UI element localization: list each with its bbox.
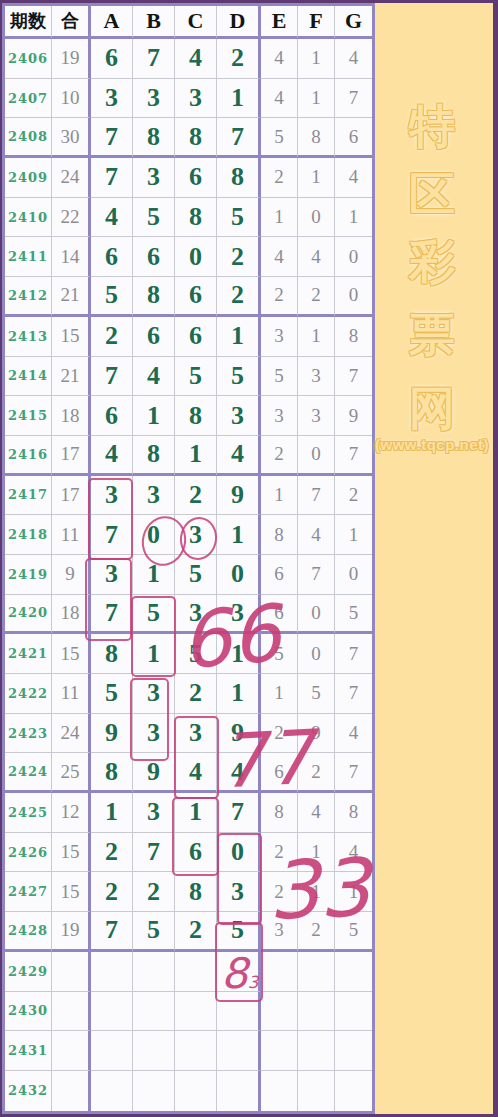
sum-cell-value: 19 (61, 919, 80, 941)
sum-cell: 24 (52, 714, 91, 754)
sum-cell: 15 (52, 872, 91, 912)
digit-cell-d: 9 (217, 714, 261, 754)
digit-cell-d: 7 (217, 118, 261, 158)
digit-cell-d-value: 3 (231, 598, 244, 628)
digit-cell-c: 8 (175, 198, 217, 238)
period-cell-value: 2407 (8, 91, 48, 106)
digit-cell-b-value: 8 (147, 280, 160, 310)
digit-cell-b (133, 992, 175, 1032)
digit-cell-d: 1 (217, 515, 261, 555)
digit-cell-g-value: 8 (349, 325, 359, 347)
digit-cell-g: 1 (335, 198, 372, 238)
digit-cell-a: 6 (91, 237, 133, 277)
digit-cell-f: 1 (298, 158, 335, 198)
digit-cell-e-value: 2 (274, 166, 284, 188)
digit-cell-c-value: 6 (189, 162, 202, 192)
digit-cell-b-value: 7 (147, 837, 160, 867)
sum-cell: 24 (52, 158, 91, 198)
digit-cell-f-value: 5 (311, 682, 321, 704)
sum-cell: 18 (52, 396, 91, 436)
digit-cell-c: 4 (175, 39, 217, 79)
period-cell-value: 2422 (8, 686, 48, 701)
digit-cell-d-value: 2 (231, 280, 244, 310)
digit-cell-g: 7 (335, 436, 372, 476)
digit-cell-d-value: 7 (231, 122, 244, 152)
digit-cell-g (335, 1071, 372, 1111)
digit-cell-f-value: 4 (311, 801, 321, 823)
period-cell-value: 2421 (8, 646, 48, 661)
digit-cell-d: 0 (217, 833, 261, 873)
digit-cell-e: 1 (261, 476, 298, 516)
digit-cell-f (298, 992, 335, 1032)
digit-cell-a: 7 (91, 595, 133, 635)
digit-cell-g-value: 4 (349, 722, 359, 744)
table-row-2431: 2431 (5, 1031, 372, 1071)
sum-cell: 11 (52, 515, 91, 555)
digit-cell-g-value: 1 (349, 881, 359, 903)
digit-cell-e: 5 (261, 357, 298, 397)
digit-cell-e-value: 1 (274, 682, 284, 704)
digit-cell-d: 5 (217, 198, 261, 238)
period-cell: 2409 (5, 158, 52, 198)
period-cell-value: 2409 (8, 170, 48, 185)
digit-cell-b: 8 (133, 118, 175, 158)
digit-cell-e (261, 992, 298, 1032)
period-cell: 2424 (5, 753, 52, 793)
sum-cell-value: 17 (61, 443, 80, 465)
digit-cell-d-value: 3 (231, 401, 244, 431)
digit-cell-e-value: 2 (274, 841, 284, 863)
digit-cell-g-value: 5 (349, 602, 359, 624)
period-cell: 2417 (5, 476, 52, 516)
period-cell-value: 2420 (8, 605, 48, 620)
digit-cell-f: 4 (298, 793, 335, 833)
digit-cell-b-value: 0 (147, 520, 160, 550)
digit-cell-c-value: 5 (189, 639, 202, 669)
digit-cell-a-value: 3 (105, 559, 118, 589)
digit-cell-b-value: 6 (147, 242, 160, 272)
digit-cell-f: 3 (298, 396, 335, 436)
digit-cell-a: 9 (91, 714, 133, 754)
digit-cell-d: 7 (217, 793, 261, 833)
digit-cell-b: 8 (133, 436, 175, 476)
period-cell: 2416 (5, 436, 52, 476)
digit-cell-a: 3 (91, 79, 133, 119)
digit-cell-b-value: 3 (147, 678, 160, 708)
sum-cell (52, 1071, 91, 1111)
sum-cell: 10 (52, 79, 91, 119)
digit-cell-d: 5 (217, 912, 261, 952)
digit-cell-b: 3 (133, 476, 175, 516)
digit-cell-g: 0 (335, 555, 372, 595)
digit-cell-a (91, 952, 133, 992)
period-cell-value: 2417 (8, 487, 48, 502)
digit-cell-a: 3 (91, 476, 133, 516)
digit-cell-g: 4 (335, 714, 372, 754)
period-cell-value: 2410 (8, 210, 48, 225)
digit-cell-f: 1 (298, 872, 335, 912)
digit-cell-e-value: 4 (274, 47, 284, 69)
digit-cell-a: 7 (91, 357, 133, 397)
digit-cell-d: 9 (217, 476, 261, 516)
digit-cell-d (217, 952, 261, 992)
digit-cell-c-value: 1 (189, 797, 202, 827)
digit-cell-a-value: 7 (105, 598, 118, 628)
sum-cell-value: 17 (61, 484, 80, 506)
digit-cell-c: 2 (175, 674, 217, 714)
digit-cell-e: 2 (261, 436, 298, 476)
period-cell: 2412 (5, 277, 52, 317)
digit-cell-a: 4 (91, 436, 133, 476)
digit-cell-f: 2 (298, 277, 335, 317)
digit-cell-e: 2 (261, 158, 298, 198)
digit-cell-f-value: 1 (311, 325, 321, 347)
digit-cell-b: 1 (133, 396, 175, 436)
watermark-char: 区 (375, 171, 489, 217)
period-cell: 2414 (5, 357, 52, 397)
digit-cell-g: 7 (335, 753, 372, 793)
period-cell: 2407 (5, 79, 52, 119)
sum-cell: 15 (52, 634, 91, 674)
digit-cell-e (261, 952, 298, 992)
digit-cell-g: 6 (335, 118, 372, 158)
digit-cell-d (217, 1031, 261, 1071)
digit-cell-g-value: 7 (349, 365, 359, 387)
table-row-2423: 2423249339294 (5, 714, 372, 754)
digit-cell-c-value: 1 (189, 439, 202, 469)
digit-cell-b-value: 5 (147, 202, 160, 232)
digit-cell-e-value: 6 (274, 761, 284, 783)
period-cell-value: 2426 (8, 845, 48, 860)
digit-cell-f: 1 (298, 833, 335, 873)
digit-cell-g-value: 1 (349, 206, 359, 228)
digit-cell-b: 8 (133, 277, 175, 317)
header-col-b: B (133, 6, 175, 39)
sum-cell-value: 24 (61, 722, 80, 744)
period-cell-value: 2406 (8, 51, 48, 66)
digit-cell-f-value: 3 (311, 405, 321, 427)
digit-cell-d: 1 (217, 674, 261, 714)
period-cell: 2426 (5, 833, 52, 873)
digit-cell-f-value: 0 (311, 443, 321, 465)
digit-cell-e: 5 (261, 118, 298, 158)
digit-cell-e: 2 (261, 872, 298, 912)
digit-cell-d-value: 0 (231, 559, 244, 589)
digit-cell-c: 1 (175, 793, 217, 833)
digit-cell-e (261, 1071, 298, 1111)
digit-cell-g: 9 (335, 396, 372, 436)
digit-cell-c-value: 8 (189, 202, 202, 232)
digit-cell-b: 5 (133, 595, 175, 635)
digit-cell-b-value: 7 (147, 43, 160, 73)
digit-cell-f (298, 1031, 335, 1071)
digit-cell-e-value: 1 (274, 206, 284, 228)
digit-cell-b-value: 6 (147, 321, 160, 351)
digit-cell-d: 2 (217, 277, 261, 317)
digit-cell-c: 5 (175, 555, 217, 595)
period-cell-value: 2412 (8, 288, 48, 303)
digit-cell-d: 3 (217, 396, 261, 436)
digit-cell-e-value: 3 (274, 919, 284, 941)
digit-cell-a: 5 (91, 277, 133, 317)
period-cell: 2418 (5, 515, 52, 555)
sum-cell-value: 30 (61, 126, 80, 148)
digit-cell-d-value: 1 (231, 83, 244, 113)
digit-cell-g-value: 0 (349, 246, 359, 268)
period-cell-value: 2430 (8, 1003, 48, 1018)
digit-cell-f: 0 (298, 436, 335, 476)
digit-cell-d: 8 (217, 158, 261, 198)
digit-cell-d-value: 4 (231, 439, 244, 469)
digit-cell-g-value: 7 (349, 682, 359, 704)
digit-cell-f: 5 (298, 674, 335, 714)
period-cell-value: 2411 (8, 249, 48, 264)
period-cell: 2429 (5, 952, 52, 992)
table-row-2422: 2422115321157 (5, 674, 372, 714)
digit-cell-f-value: 0 (311, 643, 321, 665)
digit-cell-f: 0 (298, 634, 335, 674)
digit-cell-b-value: 3 (147, 797, 160, 827)
digit-cell-f-value: 8 (311, 126, 321, 148)
digit-cell-c-value: 3 (189, 718, 202, 748)
sum-cell (52, 992, 91, 1032)
digit-cell-a-value: 2 (105, 321, 118, 351)
digit-cell-f-value: 1 (311, 841, 321, 863)
period-cell: 2431 (5, 1031, 52, 1071)
digit-cell-a: 4 (91, 198, 133, 238)
digit-cell-b-value: 3 (147, 162, 160, 192)
digit-cell-f-value: 1 (311, 47, 321, 69)
sum-cell-value: 11 (61, 682, 79, 704)
digit-cell-d-value: 4 (231, 757, 244, 787)
digit-cell-d-value: 2 (231, 242, 244, 272)
period-cell-value: 2414 (8, 368, 48, 383)
digit-cell-b-value: 8 (147, 439, 160, 469)
digit-cell-c (175, 992, 217, 1032)
digit-cell-c: 8 (175, 396, 217, 436)
watermark-char: 网 (375, 385, 489, 431)
period-cell: 2408 (5, 118, 52, 158)
digit-cell-c-value: 8 (189, 877, 202, 907)
digit-cell-g-value: 4 (349, 47, 359, 69)
digit-cell-a-value: 2 (105, 837, 118, 867)
header-col-a: A (91, 6, 133, 39)
digit-cell-c-value: 4 (189, 43, 202, 73)
sum-cell-value: 12 (61, 801, 80, 823)
watermark-char: 票 (375, 311, 489, 357)
header-col-d: D (217, 6, 261, 39)
sum-cell: 17 (52, 436, 91, 476)
digit-cell-c (175, 1071, 217, 1111)
period-cell-value: 2425 (8, 805, 48, 820)
digit-cell-c-value: 6 (189, 837, 202, 867)
digit-cell-f: 8 (298, 118, 335, 158)
period-cell: 2430 (5, 992, 52, 1032)
digit-cell-c: 8 (175, 118, 217, 158)
table-row-2409: 2409247368214 (5, 158, 372, 198)
digit-cell-g: 1 (335, 515, 372, 555)
digit-cell-g-value: 7 (349, 443, 359, 465)
table-row-2424: 2424258944627 (5, 753, 372, 793)
period-cell-value: 2427 (8, 884, 48, 899)
table-row-2417: 2417173329172 (5, 476, 372, 516)
digit-cell-c-value: 3 (189, 520, 202, 550)
digit-cell-g: 7 (335, 674, 372, 714)
digit-cell-e: 5 (261, 634, 298, 674)
digit-cell-f: 1 (298, 317, 335, 357)
period-cell-value: 2423 (8, 726, 48, 741)
digit-cell-e: 1 (261, 198, 298, 238)
digit-cell-a-value: 3 (105, 480, 118, 510)
period-cell: 2422 (5, 674, 52, 714)
digit-cell-e-value: 4 (274, 246, 284, 268)
period-cell: 2420 (5, 595, 52, 635)
period-cell-value: 2418 (8, 527, 48, 542)
digit-cell-d: 3 (217, 872, 261, 912)
sum-cell (52, 1031, 91, 1071)
period-cell: 2406 (5, 39, 52, 79)
digit-cell-g: 5 (335, 912, 372, 952)
digit-cell-d-value: 1 (231, 321, 244, 351)
digit-cell-e-value: 4 (274, 87, 284, 109)
digit-cell-b: 5 (133, 912, 175, 952)
table-row-2427: 2427152283211 (5, 872, 372, 912)
digit-cell-a-value: 5 (105, 280, 118, 310)
digit-cell-d-value: 1 (231, 520, 244, 550)
digit-cell-f: 9 (298, 714, 335, 754)
digit-cell-e: 2 (261, 714, 298, 754)
table-row-2410: 2410224585101 (5, 198, 372, 238)
period-cell: 2425 (5, 793, 52, 833)
digit-cell-e: 3 (261, 317, 298, 357)
digit-cell-c: 5 (175, 634, 217, 674)
table-row-2411: 2411146602440 (5, 237, 372, 277)
sum-cell (52, 952, 91, 992)
sum-cell-value: 15 (61, 643, 80, 665)
digit-cell-a: 8 (91, 753, 133, 793)
table-row-2406: 2406196742414 (5, 39, 372, 79)
digit-cell-c-value: 5 (189, 361, 202, 391)
digit-cell-a (91, 1071, 133, 1111)
digit-cell-d-value: 8 (231, 162, 244, 192)
sum-cell-value: 9 (65, 563, 75, 585)
digit-cell-g: 4 (335, 833, 372, 873)
digit-cell-d: 1 (217, 317, 261, 357)
digit-cell-d: 2 (217, 39, 261, 79)
digit-cell-a-value: 8 (105, 757, 118, 787)
digit-cell-e: 3 (261, 912, 298, 952)
digit-cell-b-value: 5 (147, 598, 160, 628)
digit-cell-c-value: 4 (189, 757, 202, 787)
digit-cell-b: 3 (133, 79, 175, 119)
digit-cell-e-value: 6 (274, 602, 284, 624)
digit-cell-g: 7 (335, 357, 372, 397)
digit-cell-b-value: 1 (147, 559, 160, 589)
digit-cell-d: 3 (217, 595, 261, 635)
digit-cell-b: 3 (133, 674, 175, 714)
digit-cell-g: 8 (335, 317, 372, 357)
digit-cell-a: 6 (91, 396, 133, 436)
table-row-2429: 2429 (5, 952, 372, 992)
digit-cell-e: 4 (261, 79, 298, 119)
digit-cell-c: 6 (175, 833, 217, 873)
sum-cell: 9 (52, 555, 91, 595)
table-row-2428: 2428197525325 (5, 912, 372, 952)
period-cell-value: 2432 (8, 1083, 48, 1098)
digit-cell-e-value: 2 (274, 722, 284, 744)
digit-cell-c-value: 6 (189, 280, 202, 310)
sum-cell: 22 (52, 198, 91, 238)
digit-cell-b: 9 (133, 753, 175, 793)
digit-cell-g-value: 0 (349, 563, 359, 585)
digit-cell-d-value: 0 (231, 837, 244, 867)
digit-cell-c-value: 6 (189, 321, 202, 351)
digit-cell-g: 7 (335, 79, 372, 119)
digit-cell-f-value: 7 (311, 484, 321, 506)
digit-cell-c (175, 1031, 217, 1071)
digit-cell-g-value: 1 (349, 524, 359, 546)
digit-cell-a: 8 (91, 634, 133, 674)
digit-cell-d-value: 2 (231, 43, 244, 73)
digit-cell-f: 0 (298, 198, 335, 238)
digit-cell-a: 7 (91, 515, 133, 555)
digit-cell-d: 2 (217, 237, 261, 277)
digit-cell-d-value: 9 (231, 480, 244, 510)
table-row-2426: 2426152760214 (5, 833, 372, 873)
digit-cell-a-value: 5 (105, 678, 118, 708)
table-row-2419: 241993150670 (5, 555, 372, 595)
digit-cell-a-value: 1 (105, 797, 118, 827)
digit-cell-g (335, 992, 372, 1032)
digit-cell-f-value: 7 (311, 563, 321, 585)
digit-cell-f: 1 (298, 39, 335, 79)
sum-cell-value: 22 (61, 206, 80, 228)
header-col-e: E (261, 6, 298, 39)
digit-cell-a-value: 7 (105, 162, 118, 192)
sum-cell: 14 (52, 237, 91, 277)
digit-cell-c: 2 (175, 476, 217, 516)
digit-cell-g-value: 6 (349, 126, 359, 148)
sum-cell: 11 (52, 674, 91, 714)
digit-cell-d: 5 (217, 357, 261, 397)
digit-cell-e-value: 2 (274, 443, 284, 465)
digit-cell-a: 7 (91, 912, 133, 952)
digit-cell-b: 1 (133, 555, 175, 595)
digit-cell-c: 3 (175, 79, 217, 119)
header-sum: 合 (52, 6, 91, 39)
digit-cell-f (298, 1071, 335, 1111)
digit-cell-f-value: 9 (311, 722, 321, 744)
digit-cell-d: 0 (217, 555, 261, 595)
digit-cell-e-value: 5 (274, 365, 284, 387)
digit-cell-c: 6 (175, 277, 217, 317)
digit-cell-b: 3 (133, 714, 175, 754)
digit-cell-a: 2 (91, 833, 133, 873)
table-row-2418: 2418117031841 (5, 515, 372, 555)
digit-cell-d (217, 1071, 261, 1111)
period-cell: 2419 (5, 555, 52, 595)
digit-cell-g: 0 (335, 237, 372, 277)
digit-cell-e-value: 5 (274, 643, 284, 665)
lottery-trend-chart: 期数 合 A B C D E F G 240619674241424071033… (0, 0, 498, 1117)
digit-cell-e: 6 (261, 753, 298, 793)
digit-cell-g: 4 (335, 158, 372, 198)
digit-cell-c-value: 2 (189, 678, 202, 708)
period-cell: 2411 (5, 237, 52, 277)
digit-cell-f: 2 (298, 912, 335, 952)
digit-cell-d-value: 1 (231, 639, 244, 669)
sum-cell: 15 (52, 833, 91, 873)
